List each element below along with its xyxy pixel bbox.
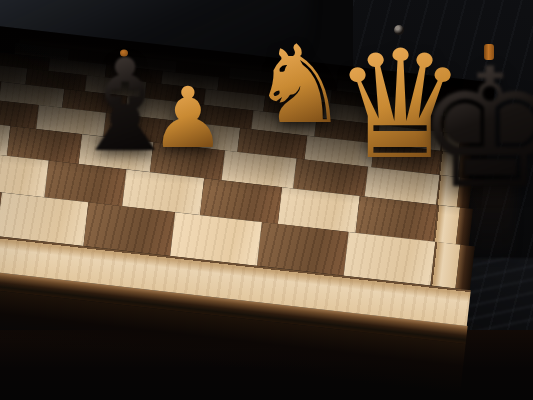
black-king-glyph: ♚ — [416, 47, 533, 212]
bishop-orange-finial — [120, 50, 128, 57]
chess-photo-scene: ♝ ♟ ♞ ♛ ♚ — [0, 0, 533, 400]
queen-black-ball-finial — [394, 25, 404, 35]
king-orange-finial — [484, 44, 494, 60]
white-pawn-glyph: ♟ — [150, 76, 225, 160]
white-pawn: ♟ — [150, 76, 225, 160]
black-king: ♚ — [416, 47, 533, 212]
